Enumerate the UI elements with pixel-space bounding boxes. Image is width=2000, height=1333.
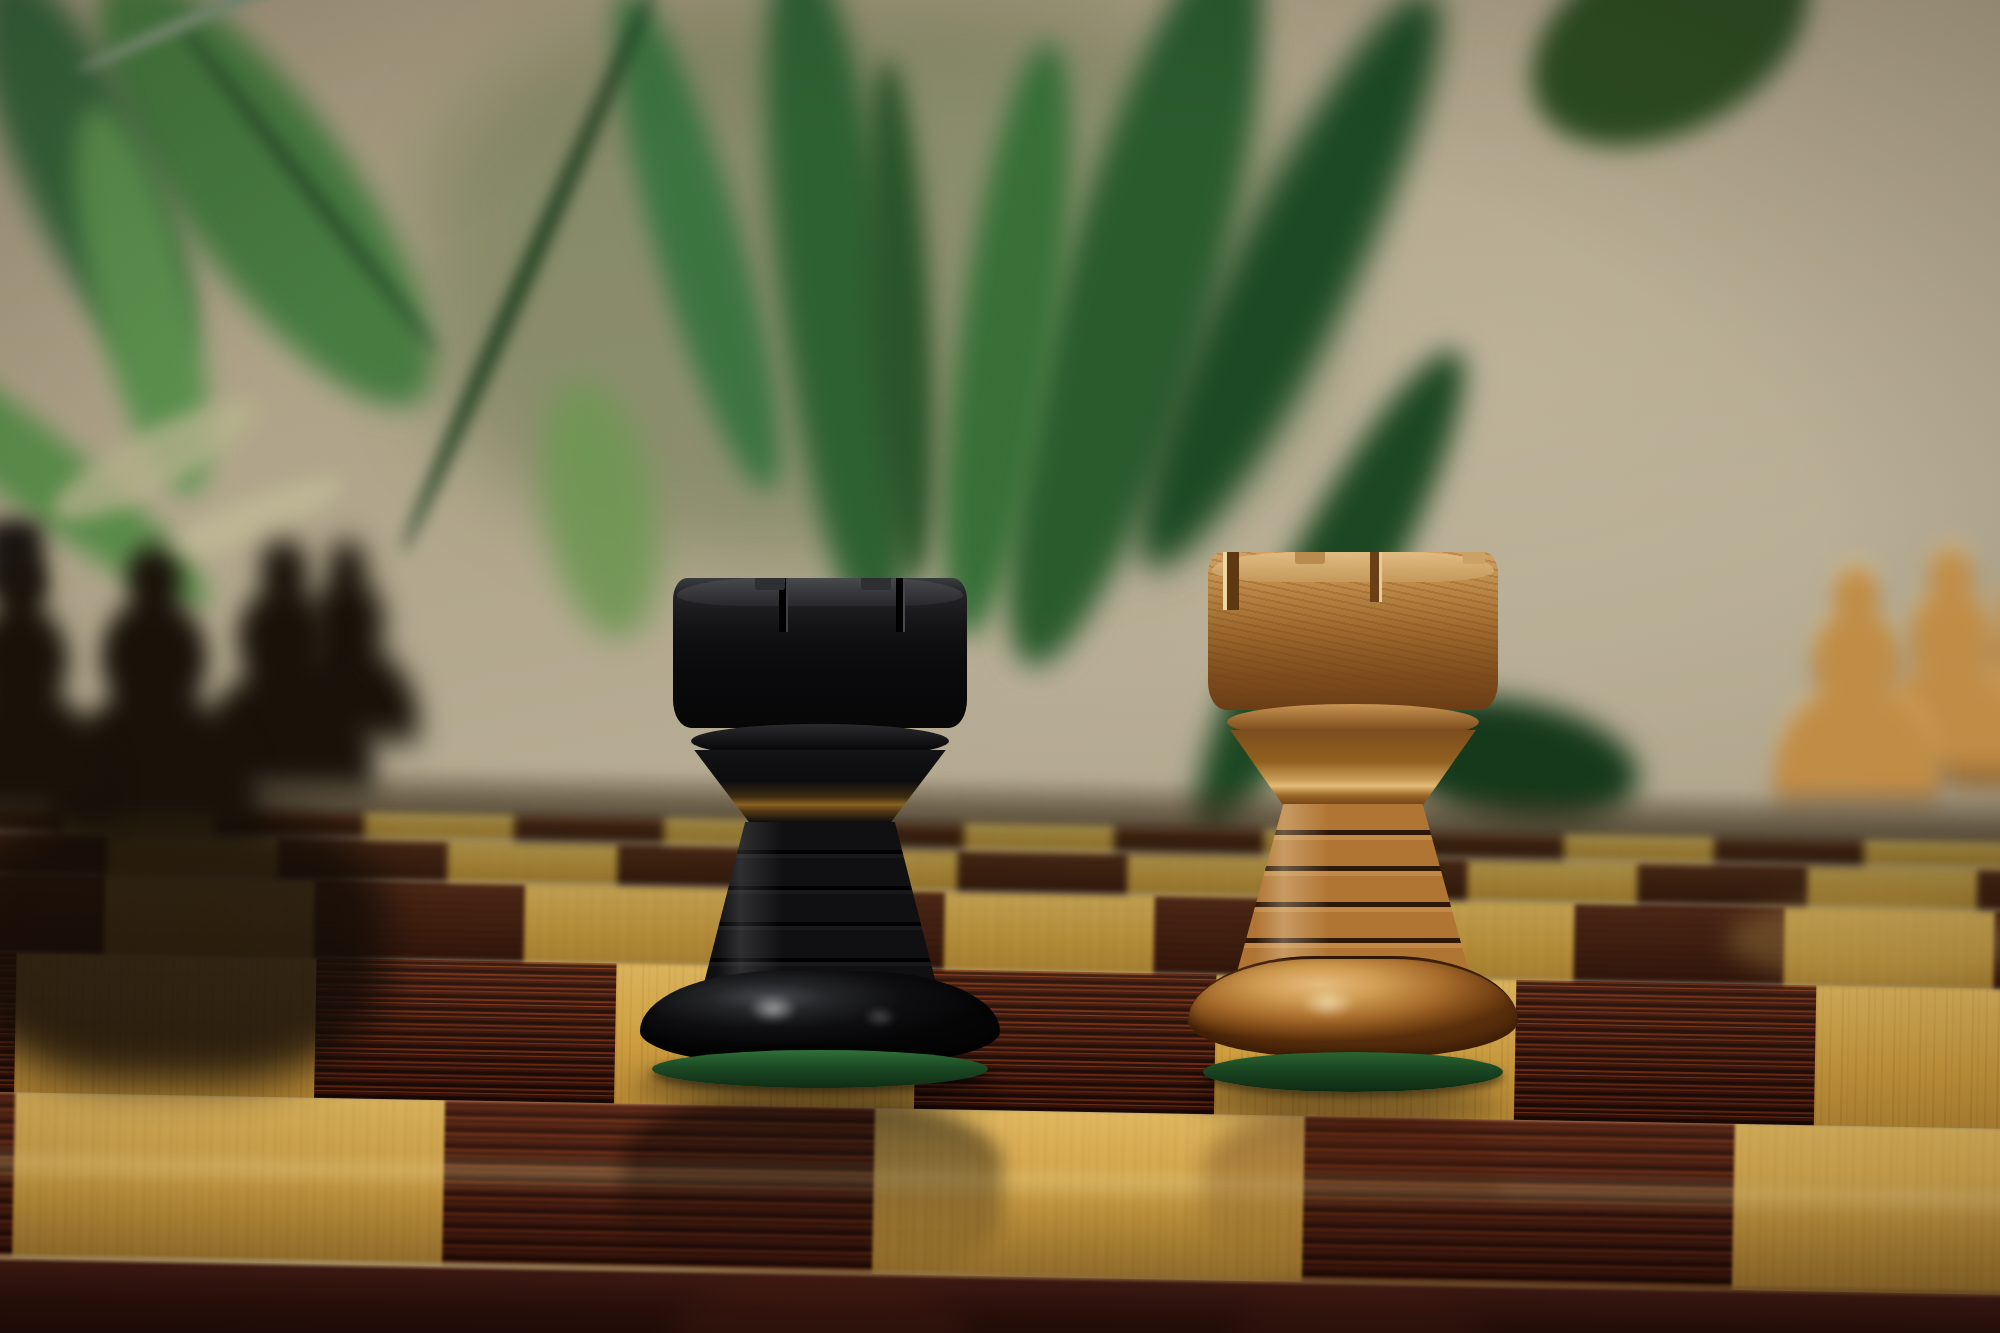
white-rook xyxy=(1188,552,1518,1092)
white-rook-ringed-stem xyxy=(1237,804,1469,972)
white-rook-neck xyxy=(1225,730,1481,810)
white-rook-reflection xyxy=(1201,1114,1499,1269)
black-pawn-blurred: ♟ xyxy=(0,520,154,862)
black-rook-neck xyxy=(689,750,951,826)
white-rook-crown xyxy=(1208,552,1498,710)
black-rook xyxy=(628,578,1012,1088)
black-rook-crown-top-face xyxy=(677,578,963,606)
white-rook-felt-base xyxy=(1203,1052,1503,1092)
black-rook-reflection xyxy=(621,1099,1004,1278)
white-rook-crown-top-face xyxy=(1212,552,1494,582)
white-rook-crenellation-notch xyxy=(1463,552,1485,564)
white-rook-crenellation-notch xyxy=(1295,552,1325,564)
white-rook-crenellation-slit xyxy=(1370,552,1382,602)
black-rook-crenellation-slit xyxy=(896,578,905,632)
black-rook-crenellation-notch xyxy=(861,578,891,590)
specular-highlight xyxy=(1300,988,1356,1018)
white-rook-crenellation-slit xyxy=(1223,552,1239,610)
black-rook-ringed-stem xyxy=(703,822,937,987)
black-rook-felt-base xyxy=(652,1050,988,1088)
white-rook-base-bell xyxy=(1188,956,1518,1057)
specular-highlight xyxy=(863,1007,897,1027)
white-pawn-blurred: ♟ xyxy=(1736,534,1978,842)
specular-highlight xyxy=(748,995,798,1023)
photo-scene: ♟♟♟♟♟♟♟ xyxy=(0,0,2000,1333)
black-rook-crenellation-notch xyxy=(755,578,785,590)
black-rook-crown xyxy=(673,578,967,728)
